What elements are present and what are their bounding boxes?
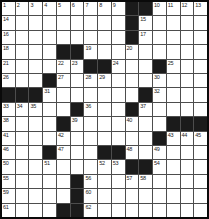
clue-number-36: 36 [85, 103, 91, 109]
clue-number-20: 20 [127, 45, 133, 51]
cell-r3c14[interactable] [181, 31, 194, 44]
cell-r11c15[interactable] [194, 146, 207, 159]
cell-r5c3[interactable] [29, 60, 42, 73]
cell-r14c10[interactable] [126, 189, 139, 202]
clue-number-50: 50 [3, 160, 9, 166]
cell-r14c13[interactable] [167, 189, 180, 202]
cell-r3c8[interactable] [98, 31, 111, 44]
cell-r6c1[interactable]: 26 [2, 74, 15, 87]
block-r9c13 [167, 117, 180, 130]
clue-number-11: 11 [168, 2, 173, 8]
clue-number-16: 16 [3, 31, 9, 37]
block-r9c5 [57, 117, 70, 130]
cell-r3c2[interactable] [16, 31, 29, 44]
block-r7c11 [139, 88, 152, 101]
cell-r12c7[interactable] [84, 160, 97, 173]
clue-number-56: 56 [85, 175, 91, 181]
clue-number-33: 33 [3, 103, 9, 109]
cell-r15c15[interactable] [194, 204, 207, 217]
cell-r3c4[interactable] [43, 31, 56, 44]
cell-r8c12[interactable] [153, 103, 166, 116]
cell-r5c10[interactable] [126, 60, 139, 73]
cell-r4c3[interactable] [29, 45, 42, 58]
clue-number-24: 24 [113, 60, 119, 66]
cell-r15c10[interactable] [126, 204, 139, 217]
clue-number-18: 18 [3, 45, 9, 51]
cell-r8c14[interactable] [181, 103, 194, 116]
cell-r15c12[interactable] [153, 204, 166, 217]
cell-r15c7[interactable]: 62 [84, 204, 97, 217]
cell-r15c13[interactable] [167, 204, 180, 217]
cell-r7c7[interactable] [84, 88, 97, 101]
cell-r14c5[interactable] [57, 189, 70, 202]
clue-number-61: 61 [3, 204, 9, 210]
cell-r1c6[interactable]: 6 [71, 2, 84, 15]
cell-r13c14[interactable] [181, 175, 194, 188]
cell-r10c2[interactable] [16, 132, 29, 145]
cell-r9c12[interactable] [153, 117, 166, 130]
block-r4c6 [71, 45, 84, 58]
cell-r4c12[interactable] [153, 45, 166, 58]
clue-number-58: 58 [140, 175, 146, 181]
clue-number-51: 51 [44, 160, 50, 166]
block-r8c6 [71, 103, 84, 116]
cell-r13c10[interactable]: 57 [126, 175, 139, 188]
cell-r5c14[interactable] [181, 60, 194, 73]
clue-number-15: 15 [140, 16, 146, 22]
clue-number-35: 35 [30, 103, 36, 109]
clue-number-10: 10 [154, 2, 160, 8]
cell-r5c11[interactable] [139, 60, 152, 73]
cell-r12c3[interactable] [29, 160, 42, 173]
cell-r12c5[interactable] [57, 160, 70, 173]
cell-r2c14[interactable] [181, 16, 194, 29]
cell-r1c13[interactable]: 11 [167, 2, 180, 15]
cell-r7c9[interactable] [112, 88, 125, 101]
cell-r12c6[interactable] [71, 160, 84, 173]
cell-r1c3[interactable]: 3 [29, 2, 42, 15]
cell-r13c3[interactable] [29, 175, 42, 188]
cell-r8c15[interactable] [194, 103, 207, 116]
clue-number-13: 13 [195, 2, 201, 8]
block-r3c10 [126, 31, 139, 44]
clue-number-59: 59 [3, 189, 9, 195]
cell-r4c11[interactable] [139, 45, 152, 58]
clue-number-1: 1 [3, 2, 6, 8]
cell-r10c14[interactable]: 44 [181, 132, 194, 145]
clue-number-62: 62 [85, 204, 91, 210]
cell-r14c9[interactable] [112, 189, 125, 202]
cell-r6c13[interactable] [167, 74, 180, 87]
clue-number-6: 6 [72, 2, 75, 8]
cell-r10c7[interactable] [84, 132, 97, 145]
cell-r8c3[interactable]: 35 [29, 103, 42, 116]
clue-number-27: 27 [58, 74, 64, 80]
cell-r11c11[interactable] [139, 146, 152, 159]
cell-r3c11[interactable]: 17 [139, 31, 152, 44]
cell-r11c12[interactable]: 49 [153, 146, 166, 159]
cell-r11c7[interactable] [84, 146, 97, 159]
cell-r14c8[interactable] [98, 189, 111, 202]
cell-r15c8[interactable] [98, 204, 111, 217]
clue-number-38: 38 [3, 117, 9, 123]
cell-r14c15[interactable] [194, 189, 207, 202]
clue-number-45: 45 [195, 132, 201, 138]
cell-r13c7[interactable]: 56 [84, 175, 97, 188]
cell-r9c7[interactable] [84, 117, 97, 130]
cell-r7c15[interactable] [194, 88, 207, 101]
clue-number-42: 42 [58, 132, 64, 138]
cell-r5c15[interactable] [194, 60, 207, 73]
cell-r15c2[interactable] [16, 204, 29, 217]
cell-r12c8[interactable]: 52 [98, 160, 111, 173]
clue-number-57: 57 [127, 175, 133, 181]
cell-r13c15[interactable] [194, 175, 207, 188]
cell-r9c1[interactable]: 38 [2, 117, 15, 130]
cell-r7c8[interactable] [98, 88, 111, 101]
cell-r2c13[interactable] [167, 16, 180, 29]
cell-r14c3[interactable] [29, 189, 42, 202]
block-r11c4 [43, 146, 56, 159]
cell-r14c11[interactable] [139, 189, 152, 202]
block-r6c4 [43, 74, 56, 87]
cell-r11c14[interactable] [181, 146, 194, 159]
cell-r7c14[interactable] [181, 88, 194, 101]
cell-r2c12[interactable] [153, 16, 166, 29]
clue-number-21: 21 [3, 60, 9, 66]
cell-r2c9[interactable] [112, 16, 125, 29]
clue-number-30: 30 [154, 74, 160, 80]
clue-number-34: 34 [17, 103, 23, 109]
cell-r2c6[interactable] [71, 16, 84, 29]
cell-r10c11[interactable] [139, 132, 152, 145]
block-r9c14 [181, 117, 194, 130]
clue-number-9: 9 [113, 2, 116, 8]
cell-r12c14[interactable] [181, 160, 194, 173]
cell-r6c2[interactable] [16, 74, 29, 87]
cell-r1c8[interactable]: 8 [98, 2, 111, 15]
block-r9c15 [194, 117, 207, 130]
clue-number-60: 60 [85, 189, 91, 195]
cell-r13c11[interactable]: 58 [139, 175, 152, 188]
clue-number-44: 44 [182, 132, 188, 138]
clue-number-22: 22 [58, 60, 64, 66]
cell-r5c5[interactable]: 22 [57, 60, 70, 73]
cell-r9c3[interactable] [29, 117, 42, 130]
cell-r13c8[interactable] [98, 175, 111, 188]
cell-r3c15[interactable] [194, 31, 207, 44]
clue-number-23: 23 [72, 60, 78, 66]
block-r1c10 [126, 2, 139, 15]
cell-r6c15[interactable] [194, 74, 207, 87]
block-r4c5 [57, 45, 70, 58]
cell-r2c8[interactable] [98, 16, 111, 29]
cell-r4c8[interactable] [98, 45, 111, 58]
cell-r6c10[interactable] [126, 74, 139, 87]
cell-r3c13[interactable] [167, 31, 180, 44]
cell-r13c4[interactable] [43, 175, 56, 188]
cell-r4c14[interactable] [181, 45, 194, 58]
cell-r10c13[interactable]: 43 [167, 132, 180, 145]
cell-r15c9[interactable] [112, 204, 125, 217]
cell-r3c1[interactable]: 16 [2, 31, 15, 44]
clue-number-4: 4 [44, 2, 47, 8]
cell-r6c8[interactable]: 29 [98, 74, 111, 87]
cell-r8c13[interactable] [167, 103, 180, 116]
cell-r8c8[interactable] [98, 103, 111, 116]
cell-r5c2[interactable] [16, 60, 29, 73]
clue-number-55: 55 [3, 175, 9, 181]
cell-r2c15[interactable] [194, 16, 207, 29]
cell-r1c15[interactable]: 13 [194, 2, 207, 15]
cell-r6c5[interactable]: 27 [57, 74, 70, 87]
cell-r8c4[interactable] [43, 103, 56, 116]
block-r1c11 [139, 2, 152, 15]
block-r8c10 [126, 103, 139, 116]
block-r7c1 [2, 88, 15, 101]
block-r7c2 [16, 88, 29, 101]
cell-r1c14[interactable]: 12 [181, 2, 194, 15]
cell-r6c14[interactable] [181, 74, 194, 87]
cell-r11c10[interactable]: 48 [126, 146, 139, 159]
clue-number-37: 37 [140, 103, 146, 109]
cell-r7c4[interactable]: 31 [43, 88, 56, 101]
clue-number-39: 39 [72, 117, 78, 123]
cell-r1c7[interactable]: 7 [84, 2, 97, 15]
cell-r4c1[interactable]: 18 [2, 45, 15, 58]
cell-r3c12[interactable] [153, 31, 166, 44]
cell-r14c12[interactable] [153, 189, 166, 202]
clue-number-53: 53 [113, 160, 119, 166]
cell-r4c2[interactable] [16, 45, 29, 58]
cell-r9c8[interactable] [98, 117, 111, 130]
cell-r2c1[interactable]: 14 [2, 16, 15, 29]
cell-r8c7[interactable]: 36 [84, 103, 97, 116]
clue-number-7: 7 [85, 2, 88, 8]
cell-r13c12[interactable] [153, 175, 166, 188]
cell-r4c10[interactable]: 20 [126, 45, 139, 58]
cell-r9c10[interactable]: 40 [126, 117, 139, 130]
cell-r5c1[interactable]: 21 [2, 60, 15, 73]
cell-r4c7[interactable]: 19 [84, 45, 97, 58]
cell-r4c9[interactable] [112, 45, 125, 58]
cell-r7c12[interactable]: 32 [153, 88, 166, 101]
cell-r10c1[interactable]: 41 [2, 132, 15, 145]
cell-r7c5[interactable] [57, 88, 70, 101]
cell-r7c10[interactable] [126, 88, 139, 101]
cell-r2c2[interactable] [16, 16, 29, 29]
cell-r6c11[interactable] [139, 74, 152, 87]
cell-r12c1[interactable]: 50 [2, 160, 15, 173]
cell-r13c1[interactable]: 55 [2, 175, 15, 188]
block-r10c12 [153, 132, 166, 145]
cell-r15c14[interactable] [181, 204, 194, 217]
block-r15c5 [57, 204, 70, 217]
clue-number-31: 31 [44, 88, 50, 94]
cell-r12c2[interactable] [16, 160, 29, 173]
cell-r11c1[interactable]: 46 [2, 146, 15, 159]
cell-r12c13[interactable] [167, 160, 180, 173]
block-r12c11 [139, 160, 152, 173]
clue-number-43: 43 [168, 132, 174, 138]
clue-number-3: 3 [30, 2, 33, 8]
cell-r10c15[interactable]: 45 [194, 132, 207, 145]
cell-r8c11[interactable]: 37 [139, 103, 152, 116]
cell-r5c13[interactable]: 25 [167, 60, 180, 73]
cell-r11c5[interactable]: 47 [57, 146, 70, 159]
cell-r1c9[interactable]: 9 [112, 2, 125, 15]
block-r11c8 [98, 146, 111, 159]
cell-r2c7[interactable] [84, 16, 97, 29]
clue-number-28: 28 [85, 74, 91, 80]
cell-r5c4[interactable] [43, 60, 56, 73]
cell-r12c4[interactable]: 51 [43, 160, 56, 173]
cell-r2c3[interactable] [29, 16, 42, 29]
cell-r15c4[interactable] [43, 204, 56, 217]
cell-r3c9[interactable] [112, 31, 125, 44]
cell-r9c2[interactable] [16, 117, 29, 130]
clue-number-29: 29 [99, 74, 105, 80]
cell-r8c9[interactable] [112, 103, 125, 116]
cell-r14c7[interactable]: 60 [84, 189, 97, 202]
cell-r14c2[interactable] [16, 189, 29, 202]
cell-r15c11[interactable] [139, 204, 152, 217]
cell-r14c14[interactable] [181, 189, 194, 202]
clue-number-2: 2 [17, 2, 20, 8]
cell-r12c15[interactable] [194, 160, 207, 173]
clue-number-47: 47 [58, 146, 64, 152]
block-r12c10 [126, 160, 139, 173]
cell-r14c1[interactable]: 59 [2, 189, 15, 202]
clue-number-26: 26 [3, 74, 9, 80]
cell-r11c3[interactable] [29, 146, 42, 159]
block-r5c12 [153, 60, 166, 73]
cell-r6c3[interactable] [29, 74, 42, 87]
cell-r10c4[interactable] [43, 132, 56, 145]
block-r15c6 [71, 204, 84, 217]
clue-number-49: 49 [154, 146, 160, 152]
cell-r7c13[interactable] [167, 88, 180, 101]
clue-number-32: 32 [154, 88, 160, 94]
cell-r1c4[interactable]: 4 [43, 2, 56, 15]
cell-r6c9[interactable] [112, 74, 125, 87]
clue-number-54: 54 [154, 160, 160, 166]
clue-number-25: 25 [168, 60, 174, 66]
cell-r9c9[interactable] [112, 117, 125, 130]
cell-r10c8[interactable] [98, 132, 111, 145]
cell-r12c9[interactable]: 53 [112, 160, 125, 173]
cell-r13c5[interactable] [57, 175, 70, 188]
cell-r2c4[interactable] [43, 16, 56, 29]
cell-r15c3[interactable] [29, 204, 42, 217]
clue-number-40: 40 [127, 117, 133, 123]
cell-r9c4[interactable] [43, 117, 56, 130]
cell-r8c2[interactable]: 34 [16, 103, 29, 116]
cell-r10c5[interactable]: 42 [57, 132, 70, 145]
cell-r1c1[interactable]: 1 [2, 2, 15, 15]
cell-r6c12[interactable]: 30 [153, 74, 166, 87]
cell-r11c2[interactable] [16, 146, 29, 159]
cell-r10c10[interactable] [126, 132, 139, 145]
cell-r2c11[interactable]: 15 [139, 16, 152, 29]
cell-r14c4[interactable] [43, 189, 56, 202]
cell-r10c6[interactable] [71, 132, 84, 145]
clue-number-46: 46 [3, 146, 9, 152]
crossword-grid: 1234567891011121314151617181920212223242… [0, 0, 209, 219]
cell-r9c11[interactable] [139, 117, 152, 130]
cell-r4c4[interactable] [43, 45, 56, 58]
block-r5c7 [84, 60, 97, 73]
cell-r12c12[interactable]: 54 [153, 160, 166, 173]
cell-r2c5[interactable] [57, 16, 70, 29]
clue-number-41: 41 [3, 132, 9, 138]
cell-r13c2[interactable] [16, 175, 29, 188]
cell-r4c13[interactable] [167, 45, 180, 58]
cell-r5c6[interactable]: 23 [71, 60, 84, 73]
clue-number-5: 5 [58, 2, 61, 8]
cell-r1c5[interactable]: 5 [57, 2, 70, 15]
cell-r3c5[interactable] [57, 31, 70, 44]
cell-r3c7[interactable] [84, 31, 97, 44]
block-r7c3 [29, 88, 42, 101]
clue-number-17: 17 [140, 31, 146, 37]
clue-number-19: 19 [85, 45, 91, 51]
clue-number-8: 8 [99, 2, 102, 8]
cell-r13c9[interactable] [112, 175, 125, 188]
cell-r8c1[interactable]: 33 [2, 103, 15, 116]
block-r11c9 [112, 146, 125, 159]
cell-r1c12[interactable]: 10 [153, 2, 166, 15]
cell-r11c6[interactable] [71, 146, 84, 159]
cell-r11c13[interactable] [167, 146, 180, 159]
cell-r7c6[interactable] [71, 88, 84, 101]
cell-r10c3[interactable] [29, 132, 42, 145]
block-r13c6 [71, 175, 84, 188]
block-r5c8 [98, 60, 111, 73]
clue-number-48: 48 [127, 146, 133, 152]
cell-r4c15[interactable] [194, 45, 207, 58]
cell-r3c3[interactable] [29, 31, 42, 44]
cell-r9c6[interactable]: 39 [71, 117, 84, 130]
block-r2c10 [126, 16, 139, 29]
cell-r6c7[interactable]: 28 [84, 74, 97, 87]
cell-r5c9[interactable]: 24 [112, 60, 125, 73]
cell-r15c1[interactable]: 61 [2, 204, 15, 217]
cell-r13c13[interactable] [167, 175, 180, 188]
cell-r10c9[interactable] [112, 132, 125, 145]
clue-number-14: 14 [3, 16, 9, 22]
cell-r3c6[interactable] [71, 31, 84, 44]
clue-number-52: 52 [99, 160, 105, 166]
block-r14c6 [71, 189, 84, 202]
cell-r1c2[interactable]: 2 [16, 2, 29, 15]
clue-number-12: 12 [182, 2, 188, 8]
crossword-board: 1234567891011121314151617181920212223242… [0, 0, 209, 219]
cell-r6c6[interactable] [71, 74, 84, 87]
cell-r8c5[interactable] [57, 103, 70, 116]
